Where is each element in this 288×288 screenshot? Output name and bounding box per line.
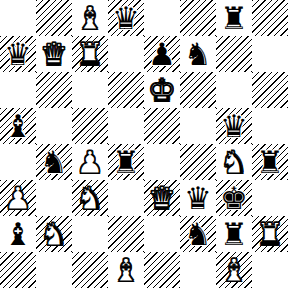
- square-h6[interactable]: [252, 72, 288, 108]
- square-h5[interactable]: [252, 108, 288, 144]
- square-a3[interactable]: ♟: [0, 180, 36, 216]
- piece-white-rook: ♜: [256, 216, 284, 252]
- square-g5[interactable]: ♛: [216, 108, 252, 144]
- square-b2[interactable]: ♞: [36, 216, 72, 252]
- piece-black-queen: ♛: [220, 108, 248, 144]
- square-e3[interactable]: ♛: [144, 180, 180, 216]
- square-d4[interactable]: ♜: [108, 144, 144, 180]
- piece-black-rook: ♜: [220, 216, 248, 252]
- piece-white-pawn: ♟: [4, 180, 32, 216]
- square-b7[interactable]: ♛: [36, 36, 72, 72]
- square-e1[interactable]: [144, 252, 180, 288]
- square-c8[interactable]: ♝: [72, 0, 108, 36]
- piece-black-king: ♚: [220, 180, 248, 216]
- square-c1[interactable]: [72, 252, 108, 288]
- square-a8[interactable]: [0, 0, 36, 36]
- square-h3[interactable]: [252, 180, 288, 216]
- square-b8[interactable]: [36, 0, 72, 36]
- square-a6[interactable]: [0, 72, 36, 108]
- square-h4[interactable]: ♜: [252, 144, 288, 180]
- piece-white-bishop: ♝: [220, 252, 248, 288]
- square-d6[interactable]: [108, 72, 144, 108]
- piece-white-bishop: ♝: [76, 0, 104, 36]
- piece-white-bishop: ♝: [112, 252, 140, 288]
- piece-white-knight: ♞: [220, 144, 248, 180]
- square-h8[interactable]: [252, 0, 288, 36]
- square-f4[interactable]: [180, 144, 216, 180]
- square-f6[interactable]: [180, 72, 216, 108]
- piece-black-bishop: ♝: [4, 108, 32, 144]
- square-g3[interactable]: ♚: [216, 180, 252, 216]
- square-f7[interactable]: ♞: [180, 36, 216, 72]
- square-e5[interactable]: [144, 108, 180, 144]
- square-h7[interactable]: [252, 36, 288, 72]
- square-c7[interactable]: ♜: [72, 36, 108, 72]
- square-c3[interactable]: ♞: [72, 180, 108, 216]
- square-d8[interactable]: ♛: [108, 0, 144, 36]
- piece-black-knight: ♞: [40, 144, 68, 180]
- piece-black-rook: ♜: [220, 0, 248, 36]
- square-a1[interactable]: [0, 252, 36, 288]
- piece-white-pawn: ♟: [76, 144, 104, 180]
- square-g6[interactable]: [216, 72, 252, 108]
- piece-black-bishop: ♝: [4, 216, 32, 252]
- square-a4[interactable]: [0, 144, 36, 180]
- square-a7[interactable]: ♛: [0, 36, 36, 72]
- square-f1[interactable]: [180, 252, 216, 288]
- piece-black-queen: ♛: [4, 36, 32, 72]
- piece-white-queen: ♛: [148, 180, 176, 216]
- square-f2[interactable]: ♞: [180, 216, 216, 252]
- piece-white-knight: ♞: [40, 216, 68, 252]
- piece-white-queen: ♛: [40, 36, 68, 72]
- square-a2[interactable]: ♝: [0, 216, 36, 252]
- square-f5[interactable]: [180, 108, 216, 144]
- square-e4[interactable]: [144, 144, 180, 180]
- piece-black-queen: ♛: [184, 180, 212, 216]
- square-c5[interactable]: [72, 108, 108, 144]
- square-b4[interactable]: ♞: [36, 144, 72, 180]
- square-c2[interactable]: [72, 216, 108, 252]
- chess-board: ♝♛♜♛♛♜♟♞♚♝♛♞♟♜♞♜♟♞♛♛♚♝♞♞♜♜♝♝: [0, 0, 288, 288]
- square-g1[interactable]: ♝: [216, 252, 252, 288]
- piece-black-knight: ♞: [184, 36, 212, 72]
- piece-black-rook: ♜: [112, 144, 140, 180]
- square-g7[interactable]: [216, 36, 252, 72]
- square-b1[interactable]: [36, 252, 72, 288]
- square-h2[interactable]: ♜: [252, 216, 288, 252]
- square-b3[interactable]: [36, 180, 72, 216]
- square-b6[interactable]: [36, 72, 72, 108]
- piece-white-king: ♚: [148, 72, 176, 108]
- square-e2[interactable]: [144, 216, 180, 252]
- square-e7[interactable]: ♟: [144, 36, 180, 72]
- square-d5[interactable]: [108, 108, 144, 144]
- piece-white-knight: ♞: [76, 180, 104, 216]
- square-d2[interactable]: [108, 216, 144, 252]
- square-d1[interactable]: ♝: [108, 252, 144, 288]
- square-a5[interactable]: ♝: [0, 108, 36, 144]
- square-e6[interactable]: ♚: [144, 72, 180, 108]
- square-g8[interactable]: ♜: [216, 0, 252, 36]
- piece-black-queen: ♛: [112, 0, 140, 36]
- square-g2[interactable]: ♜: [216, 216, 252, 252]
- square-g4[interactable]: ♞: [216, 144, 252, 180]
- piece-white-rook: ♜: [76, 36, 104, 72]
- square-f3[interactable]: ♛: [180, 180, 216, 216]
- piece-black-knight: ♞: [184, 216, 212, 252]
- piece-black-rook: ♜: [256, 144, 284, 180]
- square-c6[interactable]: [72, 72, 108, 108]
- square-d7[interactable]: [108, 36, 144, 72]
- square-f8[interactable]: [180, 0, 216, 36]
- square-h1[interactable]: [252, 252, 288, 288]
- square-e8[interactable]: [144, 0, 180, 36]
- piece-black-pawn: ♟: [148, 36, 176, 72]
- square-d3[interactable]: [108, 180, 144, 216]
- square-b5[interactable]: [36, 108, 72, 144]
- square-c4[interactable]: ♟: [72, 144, 108, 180]
